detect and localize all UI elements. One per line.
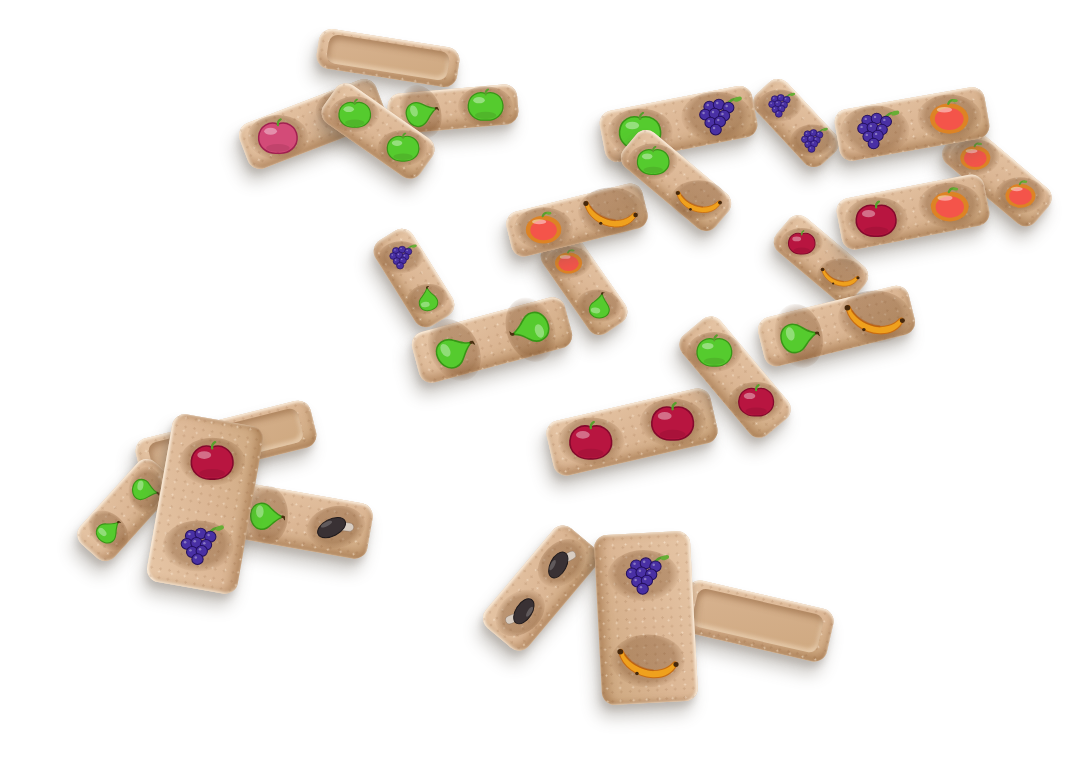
- pink-apple-icon: [247, 115, 308, 159]
- tile-half-a: [755, 302, 842, 369]
- grapes-icon: [378, 241, 423, 273]
- pear-icon: [404, 281, 450, 317]
- orange-icon: [949, 139, 999, 175]
- green-apple-icon: [628, 143, 678, 179]
- banana-icon: [611, 634, 685, 687]
- tile-half-b: [673, 84, 759, 150]
- domino-tile-b9-red-apple-red-apple[interactable]: [544, 386, 720, 478]
- domino-tile-b14-grapes-pear[interactable]: [369, 224, 459, 332]
- banana-icon: [671, 179, 727, 219]
- tile-half-b: [626, 386, 720, 459]
- domino-tile-d2-grapes-banana[interactable]: [594, 531, 699, 706]
- green-apple-icon: [377, 130, 427, 166]
- banana-icon: [578, 188, 644, 236]
- tile-half-b: [296, 493, 375, 560]
- pear-icon: [575, 287, 624, 325]
- tile-half-a: [833, 98, 917, 162]
- tile-half-b: [451, 83, 519, 129]
- grapes-icon: [608, 550, 679, 601]
- orange-icon: [917, 94, 981, 140]
- green-apple-icon: [329, 96, 379, 132]
- pear-icon: [496, 291, 564, 369]
- grapes-icon: [681, 92, 751, 142]
- domino-tile-b2-grapes-grapes[interactable]: [748, 74, 844, 173]
- orange-icon: [918, 182, 981, 227]
- red-apple-icon: [640, 399, 706, 447]
- red-apple-icon: [728, 382, 783, 422]
- tile-back-recess: [690, 587, 824, 654]
- banana-icon: [837, 290, 910, 343]
- red-apple-icon: [845, 197, 908, 242]
- red-apple-icon: [558, 417, 624, 465]
- domino-tile-a1-facedown[interactable]: [315, 27, 462, 89]
- grapes-icon: [840, 106, 909, 156]
- banana-icon: [817, 258, 864, 292]
- domino-tile-d1-mushroom-mushroom[interactable]: [478, 520, 604, 656]
- domino-tile-d3-facedown[interactable]: [678, 578, 836, 664]
- tile-half-a: [145, 496, 250, 596]
- mushroom-icon: [528, 530, 595, 597]
- tile-half-b: [908, 172, 992, 237]
- tile-half-a: [834, 186, 918, 251]
- tile-half-b: [830, 283, 917, 350]
- table-surface: [0, 0, 1080, 782]
- orange-icon: [995, 177, 1045, 213]
- tile-back-recess: [325, 34, 450, 82]
- tile-half-a: [594, 531, 694, 621]
- tile-half-b: [485, 294, 575, 365]
- tile-half-b: [571, 181, 650, 243]
- green-apple-icon: [687, 332, 742, 372]
- tile-half-b: [160, 412, 265, 512]
- tile-half-b: [598, 615, 698, 705]
- tile-half-a: [544, 405, 638, 478]
- green-apple-icon: [458, 86, 513, 126]
- grapes-icon: [758, 89, 802, 121]
- domino-tile-b5-red-apple-orange[interactable]: [834, 172, 991, 252]
- grapes-icon: [162, 520, 233, 571]
- grapes-icon: [790, 125, 834, 157]
- orange-icon: [514, 207, 573, 249]
- mushroom-icon: [303, 501, 368, 553]
- pear-icon: [767, 298, 829, 373]
- red-apple-icon: [179, 438, 245, 486]
- orange-icon: [546, 246, 591, 278]
- red-apple-icon: [781, 228, 823, 258]
